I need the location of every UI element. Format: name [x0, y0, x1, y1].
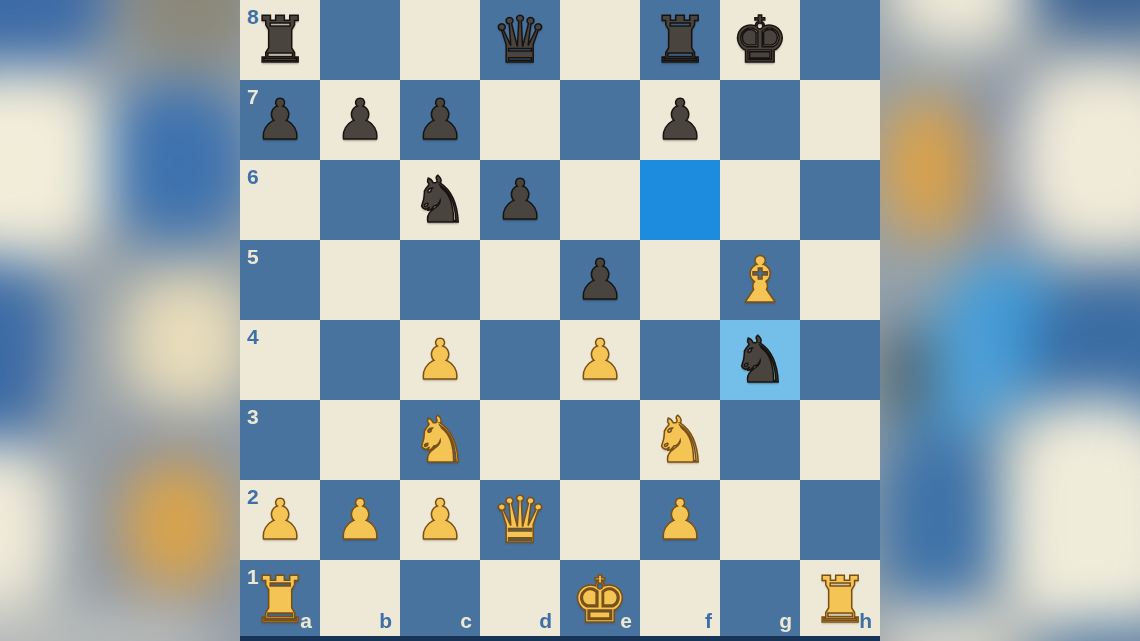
square-d4[interactable]: [480, 320, 560, 400]
rank-label-6: 6: [247, 166, 259, 187]
square-h2[interactable]: [800, 480, 880, 560]
file-label-b: b: [379, 610, 392, 631]
black-pawn[interactable]: ♟: [640, 80, 720, 160]
file-label-d: d: [539, 610, 552, 631]
square-d3[interactable]: [480, 400, 560, 480]
square-b2[interactable]: ♟: [320, 480, 400, 560]
square-b1[interactable]: b: [320, 560, 400, 640]
square-c4[interactable]: ♟: [400, 320, 480, 400]
black-pawn[interactable]: ♟: [480, 160, 560, 240]
square-e6[interactable]: [560, 160, 640, 240]
square-f1[interactable]: f: [640, 560, 720, 640]
white-pawn[interactable]: ♟: [560, 320, 640, 400]
square-g6[interactable]: [720, 160, 800, 240]
square-d1[interactable]: d: [480, 560, 560, 640]
square-h3[interactable]: [800, 400, 880, 480]
black-rook[interactable]: ♜: [640, 0, 720, 80]
square-a3[interactable]: 3: [240, 400, 320, 480]
rank-label-4: 4: [247, 326, 259, 347]
black-knight[interactable]: ♞: [400, 160, 480, 240]
square-e1[interactable]: e♚: [560, 560, 640, 640]
square-a2[interactable]: 2♟: [240, 480, 320, 560]
square-b3[interactable]: [320, 400, 400, 480]
square-c7[interactable]: ♟: [400, 80, 480, 160]
white-rook[interactable]: ♜: [240, 560, 320, 640]
square-d6[interactable]: ♟: [480, 160, 560, 240]
rank-label-3: 3: [247, 406, 259, 427]
square-e4[interactable]: ♟: [560, 320, 640, 400]
square-c5[interactable]: [400, 240, 480, 320]
square-d2[interactable]: ♛: [480, 480, 560, 560]
square-e8[interactable]: [560, 0, 640, 80]
white-pawn[interactable]: ♟: [640, 480, 720, 560]
square-a5[interactable]: 5: [240, 240, 320, 320]
square-e5[interactable]: ♟: [560, 240, 640, 320]
square-b4[interactable]: [320, 320, 400, 400]
white-pawn[interactable]: ♟: [240, 480, 320, 560]
square-g7[interactable]: [720, 80, 800, 160]
board-bottom-edge: [240, 636, 880, 641]
chess-board: 8♜♛♜♚7♟♟♟♟6♞♟5♟♝4♟♟♞3♞♞2♟♟♟♛♟1a♜bcde♚fgh…: [240, 0, 880, 640]
white-rook[interactable]: ♜: [800, 560, 880, 640]
white-pawn[interactable]: ♟: [400, 320, 480, 400]
square-d5[interactable]: [480, 240, 560, 320]
square-h1[interactable]: h♜: [800, 560, 880, 640]
square-f6[interactable]: [640, 160, 720, 240]
square-a6[interactable]: 6: [240, 160, 320, 240]
white-knight[interactable]: ♞: [400, 400, 480, 480]
square-f8[interactable]: ♜: [640, 0, 720, 80]
square-c1[interactable]: c: [400, 560, 480, 640]
square-g5[interactable]: ♝: [720, 240, 800, 320]
square-c2[interactable]: ♟: [400, 480, 480, 560]
square-g3[interactable]: [720, 400, 800, 480]
white-bishop[interactable]: ♝: [720, 240, 800, 320]
black-pawn[interactable]: ♟: [320, 80, 400, 160]
square-b6[interactable]: [320, 160, 400, 240]
square-a7[interactable]: 7♟: [240, 80, 320, 160]
square-b5[interactable]: [320, 240, 400, 320]
square-g4[interactable]: ♞: [720, 320, 800, 400]
square-h8[interactable]: [800, 0, 880, 80]
black-rook[interactable]: ♜: [240, 0, 320, 80]
square-f4[interactable]: [640, 320, 720, 400]
black-knight[interactable]: ♞: [720, 320, 800, 400]
square-e7[interactable]: [560, 80, 640, 160]
square-c6[interactable]: ♞: [400, 160, 480, 240]
square-a8[interactable]: 8♜: [240, 0, 320, 80]
square-e2[interactable]: [560, 480, 640, 560]
square-f3[interactable]: ♞: [640, 400, 720, 480]
square-c3[interactable]: ♞: [400, 400, 480, 480]
square-g2[interactable]: [720, 480, 800, 560]
file-label-g: g: [779, 610, 792, 631]
square-a4[interactable]: 4: [240, 320, 320, 400]
square-h4[interactable]: [800, 320, 880, 400]
square-h5[interactable]: [800, 240, 880, 320]
black-pawn[interactable]: ♟: [400, 80, 480, 160]
square-f2[interactable]: ♟: [640, 480, 720, 560]
square-b7[interactable]: ♟: [320, 80, 400, 160]
file-label-c: c: [460, 610, 472, 631]
white-pawn[interactable]: ♟: [320, 480, 400, 560]
black-king[interactable]: ♚: [720, 0, 800, 80]
rank-label-5: 5: [247, 246, 259, 267]
square-h7[interactable]: [800, 80, 880, 160]
black-pawn[interactable]: ♟: [240, 80, 320, 160]
square-g8[interactable]: ♚: [720, 0, 800, 80]
black-pawn[interactable]: ♟: [560, 240, 640, 320]
file-label-f: f: [705, 610, 712, 631]
square-f5[interactable]: [640, 240, 720, 320]
square-g1[interactable]: g: [720, 560, 800, 640]
white-knight[interactable]: ♞: [640, 400, 720, 480]
white-king[interactable]: ♚: [560, 560, 640, 640]
square-f7[interactable]: ♟: [640, 80, 720, 160]
white-pawn[interactable]: ♟: [400, 480, 480, 560]
square-d7[interactable]: [480, 80, 560, 160]
square-d8[interactable]: ♛: [480, 0, 560, 80]
square-h6[interactable]: [800, 160, 880, 240]
white-queen[interactable]: ♛: [480, 480, 560, 560]
square-a1[interactable]: 1a♜: [240, 560, 320, 640]
chess-board-container: 8♜♛♜♚7♟♟♟♟6♞♟5♟♝4♟♟♞3♞♞2♟♟♟♛♟1a♜bcde♚fgh…: [240, 0, 880, 641]
square-c8[interactable]: [400, 0, 480, 80]
square-e3[interactable]: [560, 400, 640, 480]
black-queen[interactable]: ♛: [480, 0, 560, 80]
square-b8[interactable]: [320, 0, 400, 80]
